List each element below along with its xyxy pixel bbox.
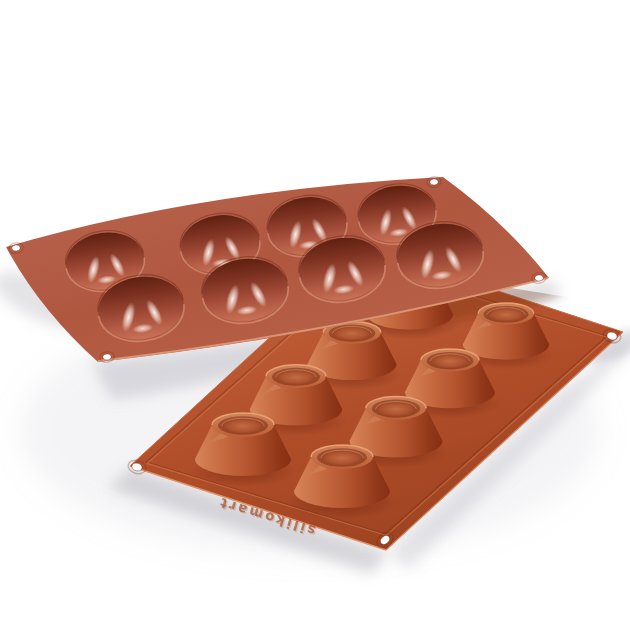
product-photo-stage: silikomart silikomart [0,0,630,630]
silicone-mould-photo: silikomart silikomart [0,0,630,630]
